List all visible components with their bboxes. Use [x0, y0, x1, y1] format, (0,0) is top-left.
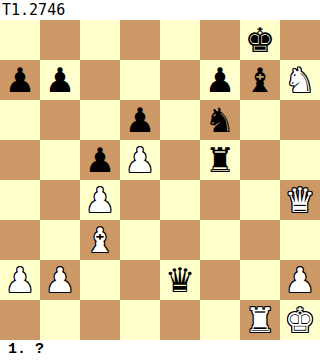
square-a6[interactable] [0, 100, 40, 140]
square-f3[interactable] [200, 220, 240, 260]
black-pawn-piece: ♟ [85, 140, 115, 180]
square-c4[interactable]: ♟ [80, 180, 120, 220]
black-king-piece: ♚ [245, 20, 275, 60]
square-h6[interactable] [280, 100, 320, 140]
puzzle-title: T1.2746 [0, 0, 320, 20]
square-c5[interactable]: ♟ [80, 140, 120, 180]
white-queen-piece: ♛ [285, 180, 315, 220]
square-f4[interactable] [200, 180, 240, 220]
square-b4[interactable] [40, 180, 80, 220]
white-pawn-piece: ♟ [85, 180, 115, 220]
black-rook-piece: ♜ [205, 140, 235, 180]
square-f1[interactable] [200, 300, 240, 340]
black-queen-piece: ♛ [165, 260, 195, 300]
square-e1[interactable] [160, 300, 200, 340]
move-prompt: 1. ? [0, 340, 320, 360]
square-c6[interactable] [80, 100, 120, 140]
square-c3[interactable]: ♝ [80, 220, 120, 260]
square-c7[interactable] [80, 60, 120, 100]
white-pawn-piece: ♟ [45, 260, 75, 300]
chess-board: ♚♟♟♟♝♞♟♞♟♟♜♟♛♝♟♟♛♟♜♚ [0, 20, 320, 340]
square-g8[interactable]: ♚ [240, 20, 280, 60]
square-a5[interactable] [0, 140, 40, 180]
square-b6[interactable] [40, 100, 80, 140]
square-g1[interactable]: ♜ [240, 300, 280, 340]
white-pawn-piece: ♟ [5, 260, 35, 300]
white-king-piece: ♚ [285, 300, 315, 340]
black-knight-piece: ♞ [205, 100, 235, 140]
square-f7[interactable]: ♟ [200, 60, 240, 100]
square-g3[interactable] [240, 220, 280, 260]
square-d2[interactable] [120, 260, 160, 300]
square-d5[interactable]: ♟ [120, 140, 160, 180]
square-e5[interactable] [160, 140, 200, 180]
square-h3[interactable] [280, 220, 320, 260]
square-e4[interactable] [160, 180, 200, 220]
square-d3[interactable] [120, 220, 160, 260]
square-h4[interactable]: ♛ [280, 180, 320, 220]
square-h7[interactable]: ♞ [280, 60, 320, 100]
square-a2[interactable]: ♟ [0, 260, 40, 300]
black-pawn-piece: ♟ [205, 60, 235, 100]
square-h5[interactable] [280, 140, 320, 180]
square-d8[interactable] [120, 20, 160, 60]
square-a3[interactable] [0, 220, 40, 260]
square-g7[interactable]: ♝ [240, 60, 280, 100]
square-b5[interactable] [40, 140, 80, 180]
black-pawn-piece: ♟ [45, 60, 75, 100]
square-f2[interactable] [200, 260, 240, 300]
white-bishop-piece: ♝ [85, 220, 115, 260]
square-a7[interactable]: ♟ [0, 60, 40, 100]
square-h2[interactable]: ♟ [280, 260, 320, 300]
square-g4[interactable] [240, 180, 280, 220]
square-b7[interactable]: ♟ [40, 60, 80, 100]
square-e8[interactable] [160, 20, 200, 60]
square-g2[interactable] [240, 260, 280, 300]
square-d6[interactable]: ♟ [120, 100, 160, 140]
square-f6[interactable]: ♞ [200, 100, 240, 140]
square-c1[interactable] [80, 300, 120, 340]
square-b8[interactable] [40, 20, 80, 60]
white-knight-piece: ♞ [285, 60, 315, 100]
black-pawn-piece: ♟ [125, 100, 155, 140]
square-b3[interactable] [40, 220, 80, 260]
square-c2[interactable] [80, 260, 120, 300]
square-b2[interactable]: ♟ [40, 260, 80, 300]
square-c8[interactable] [80, 20, 120, 60]
square-e6[interactable] [160, 100, 200, 140]
black-pawn-piece: ♟ [5, 60, 35, 100]
square-e2[interactable]: ♛ [160, 260, 200, 300]
square-a4[interactable] [0, 180, 40, 220]
white-rook-piece: ♜ [245, 300, 275, 340]
square-d7[interactable] [120, 60, 160, 100]
square-f5[interactable]: ♜ [200, 140, 240, 180]
white-pawn-piece: ♟ [125, 140, 155, 180]
square-d1[interactable] [120, 300, 160, 340]
square-d4[interactable] [120, 180, 160, 220]
square-b1[interactable] [40, 300, 80, 340]
square-g6[interactable] [240, 100, 280, 140]
square-a8[interactable] [0, 20, 40, 60]
square-f8[interactable] [200, 20, 240, 60]
square-e3[interactable] [160, 220, 200, 260]
white-pawn-piece: ♟ [285, 260, 315, 300]
black-bishop-piece: ♝ [245, 60, 275, 100]
square-h1[interactable]: ♚ [280, 300, 320, 340]
square-g5[interactable] [240, 140, 280, 180]
square-e7[interactable] [160, 60, 200, 100]
square-h8[interactable] [280, 20, 320, 60]
square-a1[interactable] [0, 300, 40, 340]
